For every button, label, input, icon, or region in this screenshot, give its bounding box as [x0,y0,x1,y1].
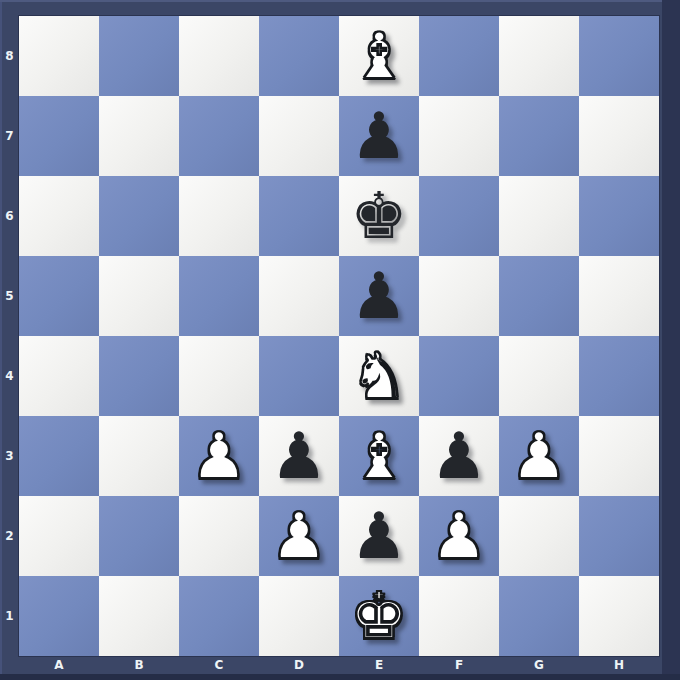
frame-edge-top-highlight [0,0,680,2]
square-g4[interactable] [499,336,579,416]
rank-label-4: 4 [0,336,19,416]
square-g8[interactable] [499,16,579,96]
square-c8[interactable] [179,16,259,96]
square-g2[interactable] [499,496,579,576]
rank-label-7: 7 [0,96,19,176]
file-label-b: B [99,656,179,674]
file-label-d: D [259,656,339,674]
square-a6[interactable] [19,176,99,256]
square-f3[interactable]: ♟ [419,416,499,496]
rank-label-3: 3 [0,416,19,496]
square-a7[interactable] [19,96,99,176]
square-d4[interactable] [259,336,339,416]
square-h3[interactable] [579,416,659,496]
square-h7[interactable] [579,96,659,176]
file-label-e: E [339,656,419,674]
piece-white-pawn-c3[interactable]: ♟ [190,416,247,496]
rank-label-2: 2 [0,496,19,576]
square-f1[interactable] [419,576,499,656]
file-label-c: C [179,656,259,674]
file-label-f: F [419,656,499,674]
piece-black-pawn-f3[interactable]: ♟ [430,416,487,496]
piece-black-king-e6[interactable]: ♚ [350,176,407,256]
square-d6[interactable] [259,176,339,256]
square-g5[interactable] [499,256,579,336]
square-b8[interactable] [99,16,179,96]
square-c5[interactable] [179,256,259,336]
square-b2[interactable] [99,496,179,576]
piece-black-pawn-e5[interactable]: ♟ [350,256,407,336]
square-a2[interactable] [19,496,99,576]
square-f6[interactable] [419,176,499,256]
square-d5[interactable] [259,256,339,336]
square-d7[interactable] [259,96,339,176]
square-f2[interactable]: ♟ [419,496,499,576]
square-e7[interactable]: ♟ [339,96,419,176]
square-d1[interactable] [259,576,339,656]
square-c1[interactable] [179,576,259,656]
square-f7[interactable] [419,96,499,176]
square-a5[interactable] [19,256,99,336]
square-h2[interactable] [579,496,659,576]
square-c3[interactable]: ♟ [179,416,259,496]
rank-label-1: 1 [0,576,19,656]
square-g6[interactable] [499,176,579,256]
piece-white-pawn-d2[interactable]: ♟ [270,496,327,576]
file-label-a: A [19,656,99,674]
square-b5[interactable] [99,256,179,336]
square-e6[interactable]: ♚ [339,176,419,256]
square-a8[interactable] [19,16,99,96]
rank-label-6: 6 [0,176,19,256]
square-c7[interactable] [179,96,259,176]
rank-label-8: 8 [0,16,19,96]
rank-labels: 87654321 [0,16,19,656]
square-g3[interactable]: ♟ [499,416,579,496]
square-c4[interactable] [179,336,259,416]
square-h1[interactable] [579,576,659,656]
square-e5[interactable]: ♟ [339,256,419,336]
square-a1[interactable] [19,576,99,656]
square-c2[interactable] [179,496,259,576]
square-b4[interactable] [99,336,179,416]
square-g1[interactable] [499,576,579,656]
square-f4[interactable] [419,336,499,416]
file-label-g: G [499,656,579,674]
file-labels: ABCDEFGH [19,656,659,674]
piece-white-pawn-f2[interactable]: ♟ [430,496,487,576]
piece-black-pawn-e7[interactable]: ♟ [350,96,407,176]
piece-black-pawn-d3[interactable]: ♟ [270,416,327,496]
square-e8[interactable]: ♝ [339,16,419,96]
square-e2[interactable]: ♟ [339,496,419,576]
square-e4[interactable]: ♞ [339,336,419,416]
square-h6[interactable] [579,176,659,256]
square-b1[interactable] [99,576,179,656]
square-h5[interactable] [579,256,659,336]
square-b6[interactable] [99,176,179,256]
square-d8[interactable] [259,16,339,96]
frame-edge-bottom-dark [0,674,680,680]
piece-white-knight-e4[interactable]: ♞ [350,336,407,416]
piece-white-bishop-e3[interactable]: ♝ [350,416,407,496]
chess-board: ♝♟♚♟♞♟♟♝♟♟♟♟♟♚ [19,16,659,656]
square-f8[interactable] [419,16,499,96]
piece-white-pawn-g3[interactable]: ♟ [510,416,567,496]
square-f5[interactable] [419,256,499,336]
square-h4[interactable] [579,336,659,416]
file-label-h: H [579,656,659,674]
square-b7[interactable] [99,96,179,176]
piece-white-bishop-e8[interactable]: ♝ [350,16,407,96]
piece-black-pawn-e2[interactable]: ♟ [350,496,407,576]
piece-white-king-e1[interactable]: ♚ [350,576,407,656]
square-d2[interactable]: ♟ [259,496,339,576]
square-b3[interactable] [99,416,179,496]
square-h8[interactable] [579,16,659,96]
square-d3[interactable]: ♟ [259,416,339,496]
square-e3[interactable]: ♝ [339,416,419,496]
board-frame: 87654321 ABCDEFGH ♝♟♚♟♞♟♟♝♟♟♟♟♟♚ [0,0,680,680]
square-c6[interactable] [179,176,259,256]
square-a3[interactable] [19,416,99,496]
square-e1[interactable]: ♚ [339,576,419,656]
rank-label-5: 5 [0,256,19,336]
square-g7[interactable] [499,96,579,176]
frame-edge-right-dark [662,0,680,680]
square-a4[interactable] [19,336,99,416]
